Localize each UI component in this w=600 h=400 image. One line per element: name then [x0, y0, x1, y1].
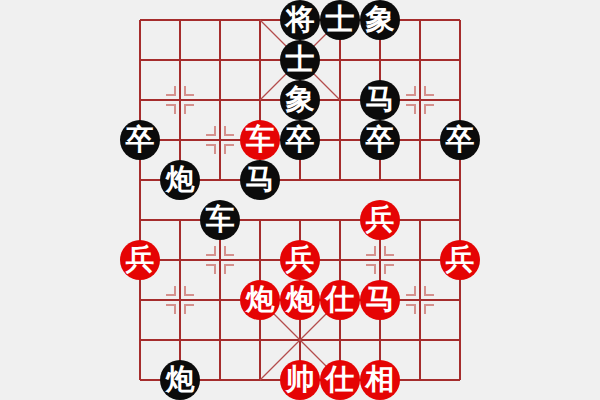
piece-red-advisor[interactable]: 仕 [320, 280, 360, 320]
piece-glyph: 仕 [326, 365, 355, 394]
piece-glyph: 车 [206, 205, 235, 234]
piece-black-elephant[interactable]: 象 [360, 0, 400, 40]
piece-black-advisor[interactable]: 士 [280, 40, 320, 80]
piece-black-elephant[interactable]: 象 [280, 80, 320, 120]
piece-black-horse[interactable]: 马 [240, 160, 280, 200]
piece-black-cannon[interactable]: 炮 [160, 160, 200, 200]
piece-glyph: 卒 [366, 125, 395, 154]
piece-red-cannon[interactable]: 炮 [280, 280, 320, 320]
piece-red-soldier[interactable]: 兵 [440, 240, 480, 280]
piece-glyph: 车 [246, 125, 275, 154]
piece-black-cannon[interactable]: 炮 [160, 360, 200, 400]
piece-glyph: 马 [366, 85, 395, 114]
piece-glyph: 马 [366, 285, 395, 314]
piece-glyph: 帅 [286, 365, 315, 394]
piece-black-soldier[interactable]: 卒 [120, 120, 160, 160]
piece-red-elephant[interactable]: 相 [360, 360, 400, 400]
piece-glyph: 将 [286, 5, 315, 34]
piece-glyph: 马 [246, 165, 275, 194]
piece-glyph: 象 [366, 5, 395, 34]
piece-red-advisor[interactable]: 仕 [320, 360, 360, 400]
piece-black-soldier[interactable]: 卒 [360, 120, 400, 160]
piece-glyph: 相 [366, 365, 395, 394]
piece-black-soldier[interactable]: 卒 [280, 120, 320, 160]
piece-glyph: 兵 [446, 245, 475, 274]
piece-glyph: 卒 [126, 125, 155, 154]
piece-glyph: 仕 [326, 285, 355, 314]
piece-red-soldier[interactable]: 兵 [280, 240, 320, 280]
piece-red-chariot[interactable]: 车 [240, 120, 280, 160]
piece-red-cannon[interactable]: 炮 [240, 280, 280, 320]
piece-black-general[interactable]: 将 [280, 0, 320, 40]
piece-glyph: 卒 [446, 125, 475, 154]
xiangqi-board[interactable]: 将士象士象马卒车卒卒卒炮马车兵兵兵兵炮炮仕马炮帅仕相 [0, 0, 600, 400]
piece-glyph: 炮 [286, 285, 315, 314]
piece-black-soldier[interactable]: 卒 [440, 120, 480, 160]
piece-glyph: 炮 [166, 365, 195, 394]
piece-glyph: 炮 [166, 165, 195, 194]
piece-glyph: 兵 [286, 245, 315, 274]
piece-black-horse[interactable]: 马 [360, 80, 400, 120]
piece-glyph: 兵 [366, 205, 395, 234]
pieces-layer: 将士象士象马卒车卒卒卒炮马车兵兵兵兵炮炮仕马炮帅仕相 [120, 0, 480, 400]
piece-glyph: 炮 [246, 285, 275, 314]
piece-black-chariot[interactable]: 车 [200, 200, 240, 240]
piece-glyph: 士 [286, 45, 315, 74]
piece-glyph: 士 [326, 5, 355, 34]
piece-glyph: 象 [286, 85, 315, 114]
piece-glyph: 卒 [286, 125, 315, 154]
piece-black-advisor[interactable]: 士 [320, 0, 360, 40]
piece-red-soldier[interactable]: 兵 [120, 240, 160, 280]
piece-red-general[interactable]: 帅 [280, 360, 320, 400]
piece-glyph: 兵 [126, 245, 155, 274]
piece-red-horse[interactable]: 马 [360, 280, 400, 320]
piece-red-soldier[interactable]: 兵 [360, 200, 400, 240]
